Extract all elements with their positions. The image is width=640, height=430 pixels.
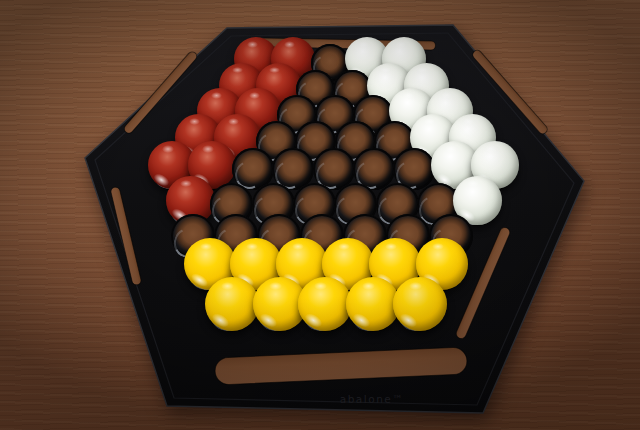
photo-scene: abalone™: [0, 0, 640, 430]
cell-a3[interactable]: [301, 284, 349, 332]
yellow-marble[interactable]: [393, 277, 447, 331]
yellow-marble[interactable]: [346, 277, 400, 331]
yellow-marble[interactable]: [205, 277, 259, 331]
cell-a1[interactable]: [208, 284, 256, 332]
cell-a4[interactable]: [349, 284, 397, 332]
cell-a2[interactable]: [256, 284, 304, 332]
yellow-marble[interactable]: [298, 277, 352, 331]
board-grid: [0, 0, 640, 430]
cell-a5[interactable]: [396, 284, 444, 332]
